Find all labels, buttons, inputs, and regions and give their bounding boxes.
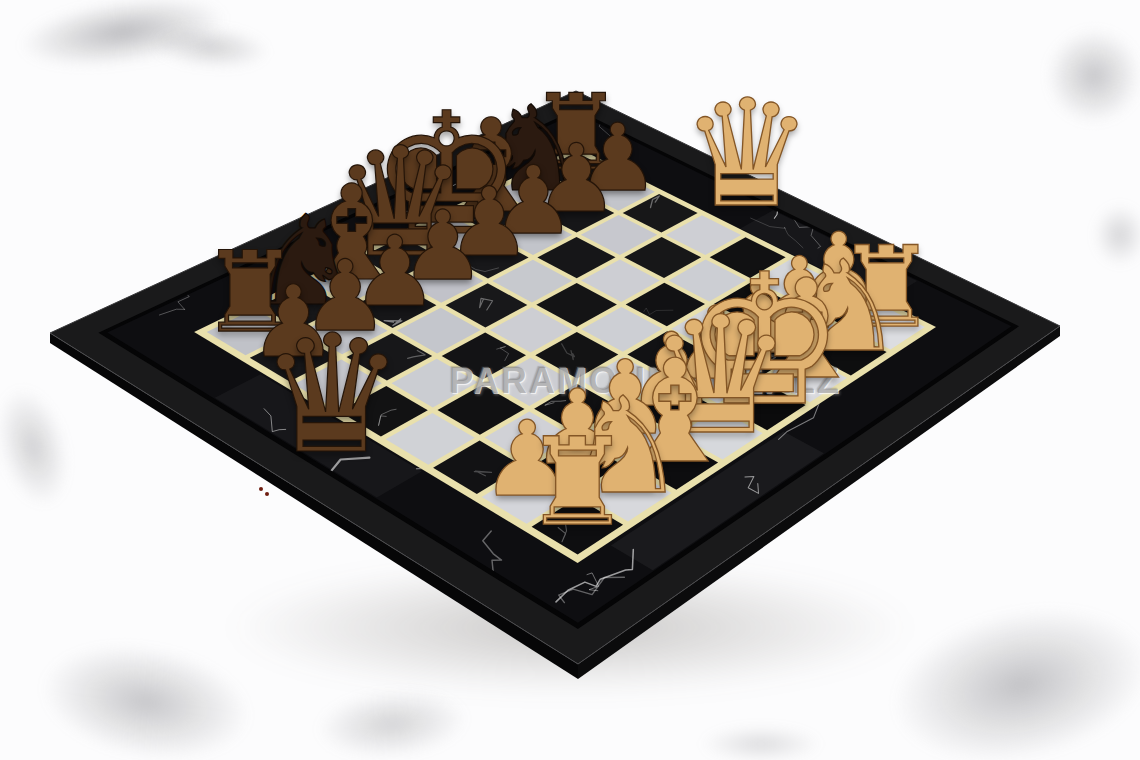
piece-white-rook-a1[interactable]: ♜ <box>523 422 631 543</box>
piece-black-queen-extra[interactable]: ♛ <box>259 313 405 476</box>
piece-white-queen-extra[interactable]: ♛ <box>681 79 814 227</box>
pieces-layer: ♜♞♝♛♚♝♞♜♟♟♟♟♟♟♟♟♟♟♟♟♟♟♟♟♜♞♝♛♚♝♞♜♛♛ <box>0 0 1140 760</box>
